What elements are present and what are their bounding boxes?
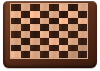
square-r5c2[interactable]: [21, 31, 31, 38]
square-r7c8[interactable]: [78, 45, 88, 52]
square-r7c1[interactable]: [11, 45, 21, 52]
chessboard-frame: [3, 1, 97, 68]
square-r2c2[interactable]: [21, 11, 31, 18]
square-r1c2[interactable]: [21, 4, 31, 11]
square-r5c7[interactable]: [68, 31, 78, 38]
square-r1c3[interactable]: [30, 4, 40, 11]
square-r1c6[interactable]: [59, 4, 69, 11]
square-r5c6[interactable]: [59, 31, 69, 38]
square-r8c3[interactable]: [30, 51, 40, 58]
square-r4c7[interactable]: [68, 24, 78, 31]
square-r4c1[interactable]: [11, 24, 21, 31]
square-r8c7[interactable]: [68, 51, 78, 58]
square-r6c1[interactable]: [11, 38, 21, 45]
square-r6c4[interactable]: [40, 38, 50, 45]
square-r2c4[interactable]: [40, 11, 50, 18]
square-r2c6[interactable]: [59, 11, 69, 18]
square-r2c3[interactable]: [30, 11, 40, 18]
square-r8c6[interactable]: [59, 51, 69, 58]
square-r3c2[interactable]: [21, 18, 31, 25]
square-r5c1[interactable]: [11, 31, 21, 38]
square-r8c1[interactable]: [11, 51, 21, 58]
square-r8c8[interactable]: [78, 51, 88, 58]
square-r5c4[interactable]: [40, 31, 50, 38]
square-r8c2[interactable]: [21, 51, 31, 58]
square-r1c1[interactable]: [11, 4, 21, 11]
square-r4c4[interactable]: [40, 24, 50, 31]
square-r8c5[interactable]: [49, 51, 59, 58]
square-r7c4[interactable]: [40, 45, 50, 52]
square-r3c1[interactable]: [11, 18, 21, 25]
board-grid: [11, 4, 87, 58]
square-r5c3[interactable]: [30, 31, 40, 38]
square-r3c5[interactable]: [49, 18, 59, 25]
square-r1c8[interactable]: [78, 4, 88, 11]
square-r4c8[interactable]: [78, 24, 88, 31]
square-r4c2[interactable]: [21, 24, 31, 31]
square-r7c7[interactable]: [68, 45, 78, 52]
square-r6c8[interactable]: [78, 38, 88, 45]
square-r2c7[interactable]: [68, 11, 78, 18]
square-r6c7[interactable]: [68, 38, 78, 45]
square-r1c4[interactable]: [40, 4, 50, 11]
square-r7c3[interactable]: [30, 45, 40, 52]
square-r6c5[interactable]: [49, 38, 59, 45]
square-r1c7[interactable]: [68, 4, 78, 11]
square-r2c5[interactable]: [49, 11, 59, 18]
square-r4c6[interactable]: [59, 24, 69, 31]
board-inlay-border: [10, 3, 88, 59]
square-r6c2[interactable]: [21, 38, 31, 45]
square-r3c6[interactable]: [59, 18, 69, 25]
square-r4c3[interactable]: [30, 24, 40, 31]
square-r6c6[interactable]: [59, 38, 69, 45]
square-r4c5[interactable]: [49, 24, 59, 31]
photo-background: [0, 0, 100, 71]
square-r7c6[interactable]: [59, 45, 69, 52]
square-r3c3[interactable]: [30, 18, 40, 25]
square-r7c2[interactable]: [21, 45, 31, 52]
square-r1c5[interactable]: [49, 4, 59, 11]
square-r6c3[interactable]: [30, 38, 40, 45]
square-r3c4[interactable]: [40, 18, 50, 25]
square-r5c5[interactable]: [49, 31, 59, 38]
square-r3c7[interactable]: [68, 18, 78, 25]
square-r7c5[interactable]: [49, 45, 59, 52]
square-r8c4[interactable]: [40, 51, 50, 58]
square-r5c8[interactable]: [78, 31, 88, 38]
square-r3c8[interactable]: [78, 18, 88, 25]
square-r2c1[interactable]: [11, 11, 21, 18]
square-r2c8[interactable]: [78, 11, 88, 18]
